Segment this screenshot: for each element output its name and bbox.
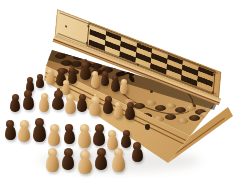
chess-piece — [64, 124, 75, 144]
chess-piece — [78, 124, 91, 148]
piece-base — [46, 73, 55, 85]
piece-base — [91, 75, 100, 88]
chess-piece — [93, 124, 105, 146]
chess-piece — [33, 118, 46, 142]
piece-base — [64, 130, 75, 144]
piece-base — [52, 97, 64, 110]
chess-piece — [111, 75, 120, 92]
chess-piece — [18, 120, 30, 142]
piece-base — [36, 78, 44, 88]
chess-piece — [48, 124, 60, 146]
piece-base — [33, 125, 46, 142]
piece-base — [125, 107, 135, 120]
piece-base — [78, 158, 92, 174]
piece-base — [5, 126, 16, 140]
chess-piece — [107, 130, 118, 150]
chess-piece — [62, 148, 74, 170]
piece-base — [78, 131, 91, 148]
chess-piece — [103, 96, 113, 114]
piece-base — [103, 101, 113, 114]
chess-piece — [78, 148, 92, 174]
chess-piece — [121, 130, 131, 148]
piece-base — [77, 99, 87, 112]
chess-piece — [39, 93, 49, 112]
piece-base — [48, 131, 60, 146]
chess-piece — [101, 71, 109, 86]
chess-piece — [52, 88, 64, 110]
piece-base — [121, 135, 131, 148]
piece-base — [101, 75, 109, 86]
chess-piece — [80, 59, 91, 80]
piece-base — [65, 100, 76, 114]
piece-base — [132, 148, 143, 162]
chess-piece — [112, 148, 125, 172]
piece-base — [46, 155, 59, 172]
chess-piece — [89, 94, 101, 116]
chess-set-product-photo — [0, 0, 235, 178]
chess-piece — [91, 71, 100, 88]
piece-base — [23, 96, 34, 110]
piece-base — [80, 67, 91, 80]
piece-base — [112, 155, 125, 172]
piece-base — [18, 127, 30, 142]
chess-piece — [23, 90, 34, 110]
chess-piece — [95, 148, 107, 170]
chess-piece — [10, 94, 20, 112]
piece-base — [95, 155, 107, 170]
chess-piece — [36, 74, 44, 88]
piece-base — [111, 79, 120, 92]
chess-piece — [120, 79, 128, 94]
chess-piece — [125, 102, 135, 120]
piece-base — [93, 131, 105, 146]
chess-piece — [46, 148, 59, 172]
piece-base — [114, 106, 123, 118]
piece-base — [10, 99, 20, 112]
piece-base — [62, 155, 74, 170]
piece-base — [39, 98, 49, 112]
chess-piece — [5, 120, 16, 140]
chess-piece — [132, 142, 143, 162]
chess-piece — [114, 102, 123, 118]
pieces-layer — [0, 0, 235, 178]
chess-piece — [46, 69, 55, 85]
piece-base — [120, 83, 128, 94]
piece-base — [89, 103, 101, 116]
chess-piece — [65, 94, 76, 114]
chess-piece — [77, 94, 87, 112]
